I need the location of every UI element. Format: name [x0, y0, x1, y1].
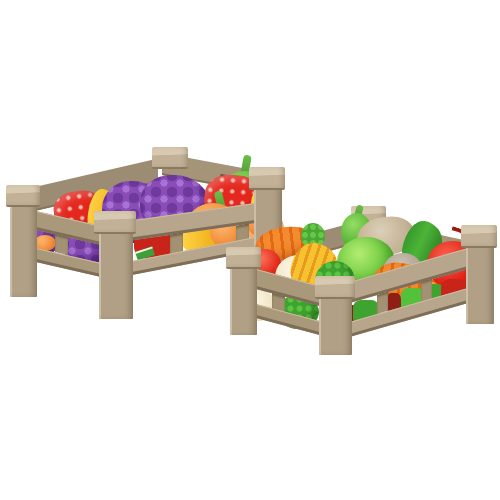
- crate-east-cap: [461, 225, 497, 248]
- crate-east-post: [466, 244, 494, 324]
- crate-back-post-cap: [152, 147, 188, 169]
- crate-west-cap: [6, 185, 40, 207]
- crate-west-post: [230, 265, 257, 335]
- product-photo-stage: [0, 0, 500, 500]
- crate-west-cap: [226, 247, 261, 269]
- crate-front-cap: [315, 276, 355, 299]
- crate-front-post: [99, 230, 133, 319]
- vegetable-crate: [225, 205, 497, 357]
- crate-front-post: [319, 295, 352, 355]
- crate-east-cap: [249, 167, 285, 190]
- crate-west-post: [10, 203, 37, 297]
- crate-front-cap: [94, 211, 136, 234]
